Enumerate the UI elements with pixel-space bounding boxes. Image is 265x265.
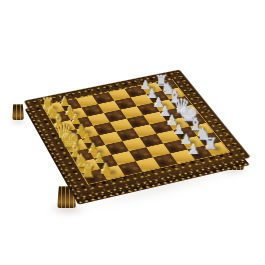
square-h8: ♜ (205, 142, 230, 156)
chess-board: ♜♞♝♛♚♝♞♜♟♟♟♟♟♟♟♟♟♟♟♟♟♟♟♟♜♞♝♛♚♝♞♜ (25, 70, 250, 197)
piece-gold-rook-h1: ♜ (79, 161, 98, 180)
piece-silver-pawn-h7: ♟ (185, 138, 204, 157)
piece-silver-rook-h8: ♜ (202, 134, 221, 153)
piece-gold-pawn-h2: ♟ (97, 157, 116, 176)
chess-set-product-photo: ♜♞♝♛♚♝♞♜♟♟♟♟♟♟♟♟♟♟♟♟♟♟♟♟♜♞♝♛♚♝♞♜ (0, 0, 265, 265)
rook-glyph: ♜ (81, 165, 96, 181)
board-foot-left-corner (12, 104, 24, 120)
pawn-glyph: ♟ (100, 163, 113, 177)
